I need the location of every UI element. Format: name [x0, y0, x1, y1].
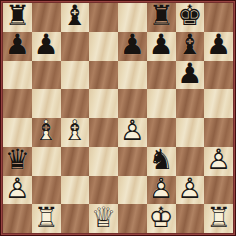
square-e1[interactable] — [118, 204, 147, 233]
piece-black-pawn[interactable]: ♟ — [32, 32, 61, 61]
piece-white-pawn[interactable]: ♟♙ — [204, 147, 233, 176]
square-g4[interactable] — [176, 118, 205, 147]
piece-fill-glyph: ♝ — [61, 118, 90, 146]
piece-black-pawn[interactable]: ♟ — [147, 32, 176, 61]
piece-white-pawn[interactable]: ♟♙ — [3, 176, 32, 205]
piece-white-king[interactable]: ♚♔ — [147, 204, 176, 233]
piece-glyph: ♚ — [176, 3, 205, 31]
square-h1[interactable]: ♜♖ — [204, 204, 233, 233]
piece-outline-glyph: ♔ — [147, 204, 176, 232]
piece-glyph: ♟ — [176, 61, 205, 89]
board-frame: ♜♝♜♚♟♟♟♟♝♟♟♝♗♝♗♟♙♛♞♟♙♟♙♟♙♟♙♜♖♛♕♚♔♜♖ — [0, 0, 236, 236]
square-a6[interactable] — [3, 61, 32, 90]
square-d2[interactable] — [89, 176, 118, 205]
piece-black-pawn[interactable]: ♟ — [204, 32, 233, 61]
square-b3[interactable] — [32, 147, 61, 176]
piece-white-queen[interactable]: ♛♕ — [89, 204, 118, 233]
square-g8[interactable]: ♚ — [176, 3, 205, 32]
piece-black-rook[interactable]: ♜ — [147, 3, 176, 32]
square-b6[interactable] — [32, 61, 61, 90]
piece-glyph: ♜ — [147, 3, 176, 31]
square-b1[interactable]: ♜♖ — [32, 204, 61, 233]
square-c8[interactable]: ♝ — [61, 3, 90, 32]
square-a1[interactable] — [3, 204, 32, 233]
chess-board: ♜♝♜♚♟♟♟♟♝♟♟♝♗♝♗♟♙♛♞♟♙♟♙♟♙♟♙♜♖♛♕♚♔♜♖ — [3, 3, 233, 233]
piece-fill-glyph: ♜ — [32, 204, 61, 232]
piece-outline-glyph: ♖ — [204, 204, 233, 232]
square-d5[interactable] — [89, 89, 118, 118]
piece-glyph: ♞ — [147, 147, 176, 175]
square-e8[interactable] — [118, 3, 147, 32]
square-g3[interactable] — [176, 147, 205, 176]
square-d1[interactable]: ♛♕ — [89, 204, 118, 233]
piece-white-pawn[interactable]: ♟♙ — [147, 176, 176, 205]
square-e2[interactable] — [118, 176, 147, 205]
square-a2[interactable]: ♟♙ — [3, 176, 32, 205]
piece-white-pawn[interactable]: ♟♙ — [176, 176, 205, 205]
piece-glyph: ♟ — [3, 32, 32, 60]
piece-outline-glyph: ♙ — [118, 118, 147, 146]
piece-black-rook[interactable]: ♜ — [3, 3, 32, 32]
square-d6[interactable] — [89, 61, 118, 90]
square-f2[interactable]: ♟♙ — [147, 176, 176, 205]
square-g5[interactable] — [176, 89, 205, 118]
square-h7[interactable]: ♟ — [204, 32, 233, 61]
piece-glyph: ♟ — [32, 32, 61, 60]
square-a3[interactable]: ♛ — [3, 147, 32, 176]
piece-fill-glyph: ♚ — [147, 204, 176, 232]
piece-white-bishop[interactable]: ♝♗ — [61, 118, 90, 147]
piece-fill-glyph: ♟ — [176, 176, 205, 204]
square-c7[interactable] — [61, 32, 90, 61]
piece-white-rook[interactable]: ♜♖ — [32, 204, 61, 233]
square-h2[interactable] — [204, 176, 233, 205]
piece-black-pawn[interactable]: ♟ — [176, 61, 205, 90]
square-f8[interactable]: ♜ — [147, 3, 176, 32]
square-f1[interactable]: ♚♔ — [147, 204, 176, 233]
piece-fill-glyph: ♝ — [32, 118, 61, 146]
square-h6[interactable] — [204, 61, 233, 90]
square-b8[interactable] — [32, 3, 61, 32]
square-h8[interactable] — [204, 3, 233, 32]
square-a5[interactable] — [3, 89, 32, 118]
square-c6[interactable] — [61, 61, 90, 90]
piece-glyph: ♝ — [61, 3, 90, 31]
square-b2[interactable] — [32, 176, 61, 205]
square-h3[interactable]: ♟♙ — [204, 147, 233, 176]
square-e6[interactable] — [118, 61, 147, 90]
square-a8[interactable]: ♜ — [3, 3, 32, 32]
piece-black-bishop[interactable]: ♝ — [176, 32, 205, 61]
piece-glyph: ♛ — [3, 147, 32, 175]
square-e4[interactable]: ♟♙ — [118, 118, 147, 147]
square-g2[interactable]: ♟♙ — [176, 176, 205, 205]
square-e3[interactable] — [118, 147, 147, 176]
square-f4[interactable] — [147, 118, 176, 147]
square-g6[interactable]: ♟ — [176, 61, 205, 90]
square-d4[interactable] — [89, 118, 118, 147]
piece-black-pawn[interactable]: ♟ — [3, 32, 32, 61]
piece-fill-glyph: ♛ — [89, 204, 118, 232]
piece-white-pawn[interactable]: ♟♙ — [118, 118, 147, 147]
piece-fill-glyph: ♟ — [147, 176, 176, 204]
piece-outline-glyph: ♖ — [32, 204, 61, 232]
piece-outline-glyph: ♙ — [176, 176, 205, 204]
square-f3[interactable]: ♞ — [147, 147, 176, 176]
square-h4[interactable] — [204, 118, 233, 147]
piece-glyph: ♜ — [3, 3, 32, 31]
piece-white-rook[interactable]: ♜♖ — [204, 204, 233, 233]
square-g7[interactable]: ♝ — [176, 32, 205, 61]
square-c1[interactable] — [61, 204, 90, 233]
square-d7[interactable] — [89, 32, 118, 61]
piece-black-king[interactable]: ♚ — [176, 3, 205, 32]
piece-outline-glyph: ♗ — [61, 118, 90, 146]
square-c4[interactable]: ♝♗ — [61, 118, 90, 147]
piece-fill-glyph: ♟ — [204, 147, 233, 175]
square-a7[interactable]: ♟ — [3, 32, 32, 61]
piece-fill-glyph: ♟ — [3, 176, 32, 204]
square-h5[interactable] — [204, 89, 233, 118]
square-e5[interactable] — [118, 89, 147, 118]
square-a4[interactable] — [3, 118, 32, 147]
piece-white-bishop[interactable]: ♝♗ — [32, 118, 61, 147]
piece-outline-glyph: ♙ — [3, 176, 32, 204]
square-d8[interactable] — [89, 3, 118, 32]
square-d3[interactable] — [89, 147, 118, 176]
square-b7[interactable]: ♟ — [32, 32, 61, 61]
piece-black-bishop[interactable]: ♝ — [61, 3, 90, 32]
square-f5[interactable] — [147, 89, 176, 118]
piece-outline-glyph: ♙ — [204, 147, 233, 175]
piece-fill-glyph: ♟ — [118, 118, 147, 146]
piece-glyph: ♟ — [204, 32, 233, 60]
square-b5[interactable] — [32, 89, 61, 118]
square-f7[interactable]: ♟ — [147, 32, 176, 61]
square-c5[interactable] — [61, 89, 90, 118]
piece-black-pawn[interactable]: ♟ — [118, 32, 147, 61]
piece-black-queen[interactable]: ♛ — [3, 147, 32, 176]
piece-glyph: ♟ — [147, 32, 176, 60]
square-b4[interactable]: ♝♗ — [32, 118, 61, 147]
piece-outline-glyph: ♙ — [147, 176, 176, 204]
piece-glyph: ♝ — [176, 32, 205, 60]
piece-outline-glyph: ♗ — [32, 118, 61, 146]
piece-fill-glyph: ♜ — [204, 204, 233, 232]
square-g1[interactable] — [176, 204, 205, 233]
piece-black-knight[interactable]: ♞ — [147, 147, 176, 176]
piece-glyph: ♟ — [118, 32, 147, 60]
square-c3[interactable] — [61, 147, 90, 176]
square-f6[interactable] — [147, 61, 176, 90]
square-c2[interactable] — [61, 176, 90, 205]
piece-outline-glyph: ♕ — [89, 204, 118, 232]
square-e7[interactable]: ♟ — [118, 32, 147, 61]
